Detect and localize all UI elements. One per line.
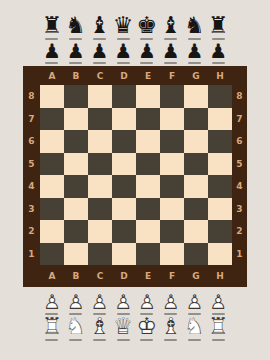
square-e2[interactable] (136, 220, 160, 243)
square-a3[interactable] (40, 198, 64, 221)
square-g6[interactable] (184, 130, 208, 153)
square-c6[interactable] (88, 130, 112, 153)
rank-label-right-3: 3 (232, 198, 247, 221)
piece-outline-layer: ♘ (184, 315, 205, 338)
square-g1[interactable] (184, 243, 208, 266)
piece-glyph-stack: ♟♙ (185, 292, 203, 312)
piece-glyph: ♞ (65, 14, 86, 37)
square-e6[interactable] (136, 130, 160, 153)
file-label-bottom-a: A (40, 265, 64, 287)
square-g3[interactable] (184, 198, 208, 221)
piece-glyph-stack: ♜ (208, 14, 229, 37)
square-b6[interactable] (64, 130, 88, 153)
square-b1[interactable] (64, 243, 88, 266)
white-bishop-piece[interactable]: ♝♗ (88, 312, 112, 341)
white-pawn-piece[interactable]: ♟♙ (111, 290, 135, 315)
piece-shadow (93, 339, 106, 341)
white-pawn-piece[interactable]: ♟♙ (40, 290, 64, 315)
piece-outline-layer: ♗ (89, 315, 110, 338)
square-h1[interactable] (208, 243, 232, 266)
file-label-bottom-e: E (136, 265, 160, 287)
black-king-piece[interactable]: ♚ (135, 11, 159, 40)
square-f4[interactable] (160, 175, 184, 198)
rank-label-right-8: 8 (232, 85, 247, 108)
piece-glyph-stack: ♟♙ (138, 292, 156, 312)
piece-shadow (212, 339, 225, 341)
file-label-bottom-d: D (112, 265, 136, 287)
rank-label-left-3: 3 (23, 198, 40, 221)
square-d6[interactable] (112, 130, 136, 153)
white-pawn-piece[interactable]: ♟♙ (159, 290, 183, 315)
piece-glyph-stack: ♟ (67, 41, 85, 61)
black-pawn-piece[interactable]: ♟ (183, 39, 207, 64)
piece-shadow (140, 339, 153, 341)
square-h6[interactable] (208, 130, 232, 153)
white-queen-piece[interactable]: ♛♕ (111, 312, 135, 341)
piece-shadow (69, 339, 82, 341)
piece-shadow (117, 339, 130, 341)
white-back-row-tray: ♜♖♞♘♝♗♛♕♚♔♝♗♞♘♜♖ (40, 312, 230, 341)
black-knight-piece[interactable]: ♞ (183, 11, 207, 40)
black-pawn-piece[interactable]: ♟ (111, 39, 135, 64)
rank-label-left-4: 4 (23, 175, 40, 198)
square-g8[interactable] (184, 85, 208, 108)
piece-glyph-stack: ♟ (209, 41, 227, 61)
black-queen-piece[interactable]: ♛ (111, 11, 135, 40)
piece-shadow (188, 339, 201, 341)
board-grid: ABCDEFGH8877665544332211ABCDEFGH (23, 66, 247, 287)
piece-glyph-stack: ♚♔ (137, 315, 158, 338)
square-f1[interactable] (160, 243, 184, 266)
square-a6[interactable] (40, 130, 64, 153)
piece-glyph: ♝ (160, 14, 181, 37)
square-g7[interactable] (184, 108, 208, 131)
square-c7[interactable] (88, 108, 112, 131)
square-b7[interactable] (64, 108, 88, 131)
piece-glyph-stack: ♟ (90, 41, 108, 61)
square-h8[interactable] (208, 85, 232, 108)
square-d4[interactable] (112, 175, 136, 198)
square-c4[interactable] (88, 175, 112, 198)
square-a4[interactable] (40, 175, 64, 198)
file-label-top-b: B (64, 66, 88, 85)
white-king-piece[interactable]: ♚♔ (135, 312, 159, 341)
piece-outline-layer: ♙ (162, 292, 180, 312)
square-f2[interactable] (160, 220, 184, 243)
square-c8[interactable] (88, 85, 112, 108)
square-c1[interactable] (88, 243, 112, 266)
piece-glyph-stack: ♞♘ (65, 315, 86, 338)
rank-label-left-6: 6 (23, 130, 40, 153)
black-pawn-piece[interactable]: ♟ (206, 39, 230, 64)
rank-label-right-7: 7 (232, 108, 247, 131)
square-a2[interactable] (40, 220, 64, 243)
square-f8[interactable] (160, 85, 184, 108)
rank-label-right-4: 4 (232, 175, 247, 198)
square-e1[interactable] (136, 243, 160, 266)
file-label-bottom-f: F (160, 265, 184, 287)
piece-outline-layer: ♘ (65, 315, 86, 338)
rank-label-right-5: 5 (232, 153, 247, 176)
piece-outline-layer: ♙ (90, 292, 108, 312)
piece-glyph: ♟ (162, 41, 180, 61)
piece-outline-layer: ♔ (137, 315, 158, 338)
black-rook-piece[interactable]: ♜ (40, 11, 64, 40)
piece-glyph: ♜ (208, 14, 229, 37)
piece-glyph-stack: ♛ (113, 14, 134, 37)
square-c5[interactable] (88, 153, 112, 176)
piece-shadow (164, 339, 177, 341)
file-label-top-d: D (112, 66, 136, 85)
black-pawn-piece[interactable]: ♟ (135, 39, 159, 64)
board-corner (232, 66, 247, 85)
piece-glyph-stack: ♟ (138, 41, 156, 61)
square-g5[interactable] (184, 153, 208, 176)
board-corner (232, 265, 247, 287)
black-back-row-tray: ♜♞♝♛♚♝♞♜ (40, 11, 230, 40)
square-f3[interactable] (160, 198, 184, 221)
square-g4[interactable] (184, 175, 208, 198)
piece-glyph: ♟ (67, 41, 85, 61)
square-b2[interactable] (64, 220, 88, 243)
piece-glyph-stack: ♜♖ (42, 315, 63, 338)
piece-glyph-stack: ♜ (42, 14, 63, 37)
piece-glyph: ♟ (114, 41, 132, 61)
piece-glyph-stack: ♚ (137, 14, 158, 37)
file-label-bottom-h: H (208, 265, 232, 287)
piece-glyph-stack: ♟♙ (90, 292, 108, 312)
piece-glyph: ♛ (113, 14, 134, 37)
square-b8[interactable] (64, 85, 88, 108)
file-label-bottom-c: C (88, 265, 112, 287)
piece-glyph-stack: ♝♗ (160, 315, 181, 338)
rank-label-right-2: 2 (232, 220, 247, 243)
piece-glyph: ♜ (42, 14, 63, 37)
rank-label-right-1: 1 (232, 243, 247, 266)
board-corner (23, 265, 40, 287)
square-b4[interactable] (64, 175, 88, 198)
piece-glyph-stack: ♟♙ (43, 292, 61, 312)
piece-glyph-stack: ♝ (160, 14, 181, 37)
square-g2[interactable] (184, 220, 208, 243)
square-c3[interactable] (88, 198, 112, 221)
square-e5[interactable] (136, 153, 160, 176)
piece-glyph: ♟ (185, 41, 203, 61)
piece-glyph-stack: ♜♖ (208, 315, 229, 338)
piece-outline-layer: ♗ (160, 315, 181, 338)
white-pawn-piece[interactable]: ♟♙ (88, 290, 112, 315)
black-pawn-piece[interactable]: ♟ (40, 39, 64, 64)
square-d8[interactable] (112, 85, 136, 108)
file-label-top-c: C (88, 66, 112, 85)
piece-glyph: ♟ (43, 41, 61, 61)
file-label-top-g: G (184, 66, 208, 85)
square-e8[interactable] (136, 85, 160, 108)
white-bishop-piece[interactable]: ♝♗ (159, 312, 183, 341)
piece-glyph: ♝ (89, 14, 110, 37)
square-e7[interactable] (136, 108, 160, 131)
square-d1[interactable] (112, 243, 136, 266)
file-label-bottom-b: B (64, 265, 88, 287)
piece-glyph: ♞ (184, 14, 205, 37)
piece-glyph: ♟ (90, 41, 108, 61)
square-f7[interactable] (160, 108, 184, 131)
square-a5[interactable] (40, 153, 64, 176)
square-h4[interactable] (208, 175, 232, 198)
piece-glyph-stack: ♝♗ (89, 315, 110, 338)
piece-outline-layer: ♙ (43, 292, 61, 312)
piece-outline-layer: ♙ (114, 292, 132, 312)
black-bishop-piece[interactable]: ♝ (159, 11, 183, 40)
square-f5[interactable] (160, 153, 184, 176)
square-d2[interactable] (112, 220, 136, 243)
white-rook-piece[interactable]: ♜♖ (206, 312, 230, 341)
piece-glyph-stack: ♞ (184, 14, 205, 37)
square-h7[interactable] (208, 108, 232, 131)
square-a7[interactable] (40, 108, 64, 131)
piece-glyph: ♚ (137, 14, 158, 37)
square-b3[interactable] (64, 198, 88, 221)
piece-glyph-stack: ♟♙ (162, 292, 180, 312)
square-c2[interactable] (88, 220, 112, 243)
black-pawn-row-tray: ♟♟♟♟♟♟♟♟ (40, 39, 230, 64)
piece-outline-layer: ♖ (42, 315, 63, 338)
square-d5[interactable] (112, 153, 136, 176)
piece-glyph-stack: ♟♙ (67, 292, 85, 312)
black-rook-piece[interactable]: ♜ (206, 11, 230, 40)
piece-glyph-stack: ♞ (65, 14, 86, 37)
square-e3[interactable] (136, 198, 160, 221)
white-rook-piece[interactable]: ♜♖ (40, 312, 64, 341)
square-a1[interactable] (40, 243, 64, 266)
white-knight-piece[interactable]: ♞♘ (64, 312, 88, 341)
piece-glyph: ♟ (138, 41, 156, 61)
piece-glyph-stack: ♟♙ (209, 292, 227, 312)
black-pawn-piece[interactable]: ♟ (88, 39, 112, 64)
square-d7[interactable] (112, 108, 136, 131)
piece-outline-layer: ♕ (113, 315, 134, 338)
rank-label-left-8: 8 (23, 85, 40, 108)
piece-glyph-stack: ♛♕ (113, 315, 134, 338)
square-d3[interactable] (112, 198, 136, 221)
rank-label-left-7: 7 (23, 108, 40, 131)
rank-label-left-5: 5 (23, 153, 40, 176)
rank-label-left-1: 1 (23, 243, 40, 266)
square-e4[interactable] (136, 175, 160, 198)
rank-label-left-2: 2 (23, 220, 40, 243)
black-pawn-piece[interactable]: ♟ (159, 39, 183, 64)
black-knight-piece[interactable]: ♞ (64, 11, 88, 40)
black-bishop-piece[interactable]: ♝ (88, 11, 112, 40)
black-pawn-piece[interactable]: ♟ (64, 39, 88, 64)
piece-glyph-stack: ♟ (162, 41, 180, 61)
white-pawn-piece[interactable]: ♟♙ (206, 290, 230, 315)
piece-outline-layer: ♙ (185, 292, 203, 312)
white-pawn-piece[interactable]: ♟♙ (64, 290, 88, 315)
piece-outline-layer: ♖ (208, 315, 229, 338)
piece-glyph-stack: ♟♙ (114, 292, 132, 312)
white-pawn-piece[interactable]: ♟♙ (183, 290, 207, 315)
file-label-top-e: E (136, 66, 160, 85)
file-label-top-f: F (160, 66, 184, 85)
piece-outline-layer: ♙ (138, 292, 156, 312)
white-pawn-piece[interactable]: ♟♙ (135, 290, 159, 315)
piece-glyph-stack: ♞♘ (184, 315, 205, 338)
piece-outline-layer: ♙ (209, 292, 227, 312)
square-h3[interactable] (208, 198, 232, 221)
rank-label-right-6: 6 (232, 130, 247, 153)
piece-glyph: ♟ (209, 41, 227, 61)
piece-glyph-stack: ♝ (89, 14, 110, 37)
white-knight-piece[interactable]: ♞♘ (183, 312, 207, 341)
piece-glyph-stack: ♟ (185, 41, 203, 61)
board-corner (23, 66, 40, 85)
square-a8[interactable] (40, 85, 64, 108)
piece-shadow (45, 339, 58, 341)
chess-diagram-page: ♜♞♝♛♚♝♞♜ ♟♟♟♟♟♟♟♟ ABCDEFGH88776655443322… (0, 0, 270, 360)
piece-glyph-stack: ♟ (43, 41, 61, 61)
square-h2[interactable] (208, 220, 232, 243)
file-label-top-a: A (40, 66, 64, 85)
piece-outline-layer: ♙ (67, 292, 85, 312)
square-f6[interactable] (160, 130, 184, 153)
square-h5[interactable] (208, 153, 232, 176)
file-label-top-h: H (208, 66, 232, 85)
square-b5[interactable] (64, 153, 88, 176)
piece-glyph-stack: ♟ (114, 41, 132, 61)
file-label-bottom-g: G (184, 265, 208, 287)
